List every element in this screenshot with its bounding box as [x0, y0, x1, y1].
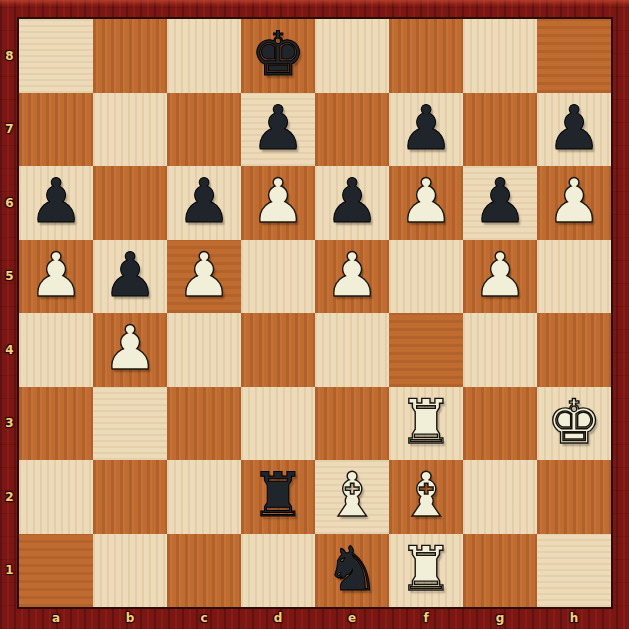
square-h4[interactable] [537, 313, 611, 387]
piece-white-pawn[interactable]: ♟ [473, 244, 528, 305]
square-b6[interactable] [93, 166, 167, 240]
rank-label-1: 1 [0, 534, 19, 608]
file-labels: abcdefgh [19, 607, 611, 629]
square-b5[interactable]: ♟ [93, 240, 167, 314]
square-b2[interactable] [93, 460, 167, 534]
square-b3[interactable] [93, 387, 167, 461]
square-d7[interactable]: ♟ [241, 93, 315, 167]
square-h1[interactable] [537, 534, 611, 608]
square-c1[interactable] [167, 534, 241, 608]
piece-white-pawn[interactable]: ♟ [29, 244, 84, 305]
square-a7[interactable] [19, 93, 93, 167]
square-h7[interactable]: ♟ [537, 93, 611, 167]
square-f1[interactable]: ♜ [389, 534, 463, 608]
square-e6[interactable]: ♟ [315, 166, 389, 240]
file-label-d: d [241, 607, 315, 629]
board: ♚♟♟♟♟♟♟♟♟♟♟♟♟♟♟♟♟♜♚♜♝♝♞♜ [19, 19, 611, 607]
square-c8[interactable] [167, 19, 241, 93]
piece-black-pawn[interactable]: ♟ [473, 170, 528, 231]
file-label-g: g [463, 607, 537, 629]
square-f4[interactable] [389, 313, 463, 387]
piece-white-rook[interactable]: ♜ [399, 538, 454, 599]
square-g8[interactable] [463, 19, 537, 93]
file-label-f: f [389, 607, 463, 629]
square-d8[interactable]: ♚ [241, 19, 315, 93]
square-a6[interactable]: ♟ [19, 166, 93, 240]
square-c5[interactable]: ♟ [167, 240, 241, 314]
square-c7[interactable] [167, 93, 241, 167]
square-g1[interactable] [463, 534, 537, 608]
file-label-a: a [19, 607, 93, 629]
piece-black-pawn[interactable]: ♟ [251, 97, 306, 158]
piece-white-rook[interactable]: ♜ [399, 391, 454, 452]
square-c3[interactable] [167, 387, 241, 461]
piece-white-king[interactable]: ♚ [547, 391, 602, 452]
rank-label-6: 6 [0, 166, 19, 240]
square-f6[interactable]: ♟ [389, 166, 463, 240]
square-e8[interactable] [315, 19, 389, 93]
square-f8[interactable] [389, 19, 463, 93]
rank-label-7: 7 [0, 93, 19, 167]
square-g6[interactable]: ♟ [463, 166, 537, 240]
piece-white-pawn[interactable]: ♟ [399, 170, 454, 231]
square-c6[interactable]: ♟ [167, 166, 241, 240]
piece-white-bishop[interactable]: ♝ [399, 464, 454, 525]
square-b1[interactable] [93, 534, 167, 608]
piece-white-pawn[interactable]: ♟ [547, 170, 602, 231]
file-label-b: b [93, 607, 167, 629]
chessboard-scene: 87654321 abcdefgh ♚♟♟♟♟♟♟♟♟♟♟♟♟♟♟♟♟♜♚♜♝♝… [0, 0, 629, 629]
square-f5[interactable] [389, 240, 463, 314]
piece-black-knight[interactable]: ♞ [325, 538, 380, 599]
rank-labels: 87654321 [0, 19, 19, 607]
square-f3[interactable]: ♜ [389, 387, 463, 461]
piece-black-pawn[interactable]: ♟ [325, 170, 380, 231]
square-g5[interactable]: ♟ [463, 240, 537, 314]
square-e3[interactable] [315, 387, 389, 461]
square-h5[interactable] [537, 240, 611, 314]
square-d6[interactable]: ♟ [241, 166, 315, 240]
square-c2[interactable] [167, 460, 241, 534]
square-g2[interactable] [463, 460, 537, 534]
square-c4[interactable] [167, 313, 241, 387]
square-e7[interactable] [315, 93, 389, 167]
square-h6[interactable]: ♟ [537, 166, 611, 240]
file-label-c: c [167, 607, 241, 629]
piece-black-pawn[interactable]: ♟ [547, 97, 602, 158]
square-g4[interactable] [463, 313, 537, 387]
file-label-e: e [315, 607, 389, 629]
file-label-h: h [537, 607, 611, 629]
square-f7[interactable]: ♟ [389, 93, 463, 167]
rank-label-4: 4 [0, 313, 19, 387]
piece-white-pawn[interactable]: ♟ [251, 170, 306, 231]
rank-label-2: 2 [0, 460, 19, 534]
piece-black-king[interactable]: ♚ [251, 23, 306, 84]
square-e4[interactable] [315, 313, 389, 387]
piece-black-pawn[interactable]: ♟ [399, 97, 454, 158]
square-g7[interactable] [463, 93, 537, 167]
square-b8[interactable] [93, 19, 167, 93]
square-a4[interactable] [19, 313, 93, 387]
square-h2[interactable] [537, 460, 611, 534]
piece-black-pawn[interactable]: ♟ [177, 170, 232, 231]
square-a3[interactable] [19, 387, 93, 461]
square-b7[interactable] [93, 93, 167, 167]
square-e2[interactable]: ♝ [315, 460, 389, 534]
square-a2[interactable] [19, 460, 93, 534]
square-e1[interactable]: ♞ [315, 534, 389, 608]
square-h3[interactable]: ♚ [537, 387, 611, 461]
square-d3[interactable] [241, 387, 315, 461]
square-d4[interactable] [241, 313, 315, 387]
piece-white-pawn[interactable]: ♟ [103, 317, 158, 378]
rank-label-5: 5 [0, 240, 19, 314]
piece-white-pawn[interactable]: ♟ [177, 244, 232, 305]
square-a8[interactable] [19, 19, 93, 93]
piece-black-rook[interactable]: ♜ [251, 464, 306, 525]
piece-white-bishop[interactable]: ♝ [325, 464, 380, 525]
piece-black-pawn[interactable]: ♟ [29, 170, 84, 231]
piece-black-pawn[interactable]: ♟ [103, 244, 158, 305]
square-d2[interactable]: ♜ [241, 460, 315, 534]
square-b4[interactable]: ♟ [93, 313, 167, 387]
square-a5[interactable]: ♟ [19, 240, 93, 314]
square-f2[interactable]: ♝ [389, 460, 463, 534]
square-h8[interactable] [537, 19, 611, 93]
square-g3[interactable] [463, 387, 537, 461]
square-e5[interactable]: ♟ [315, 240, 389, 314]
square-a1[interactable] [19, 534, 93, 608]
square-d1[interactable] [241, 534, 315, 608]
rank-label-3: 3 [0, 387, 19, 461]
square-d5[interactable] [241, 240, 315, 314]
rank-label-8: 8 [0, 19, 19, 93]
piece-white-pawn[interactable]: ♟ [325, 244, 380, 305]
